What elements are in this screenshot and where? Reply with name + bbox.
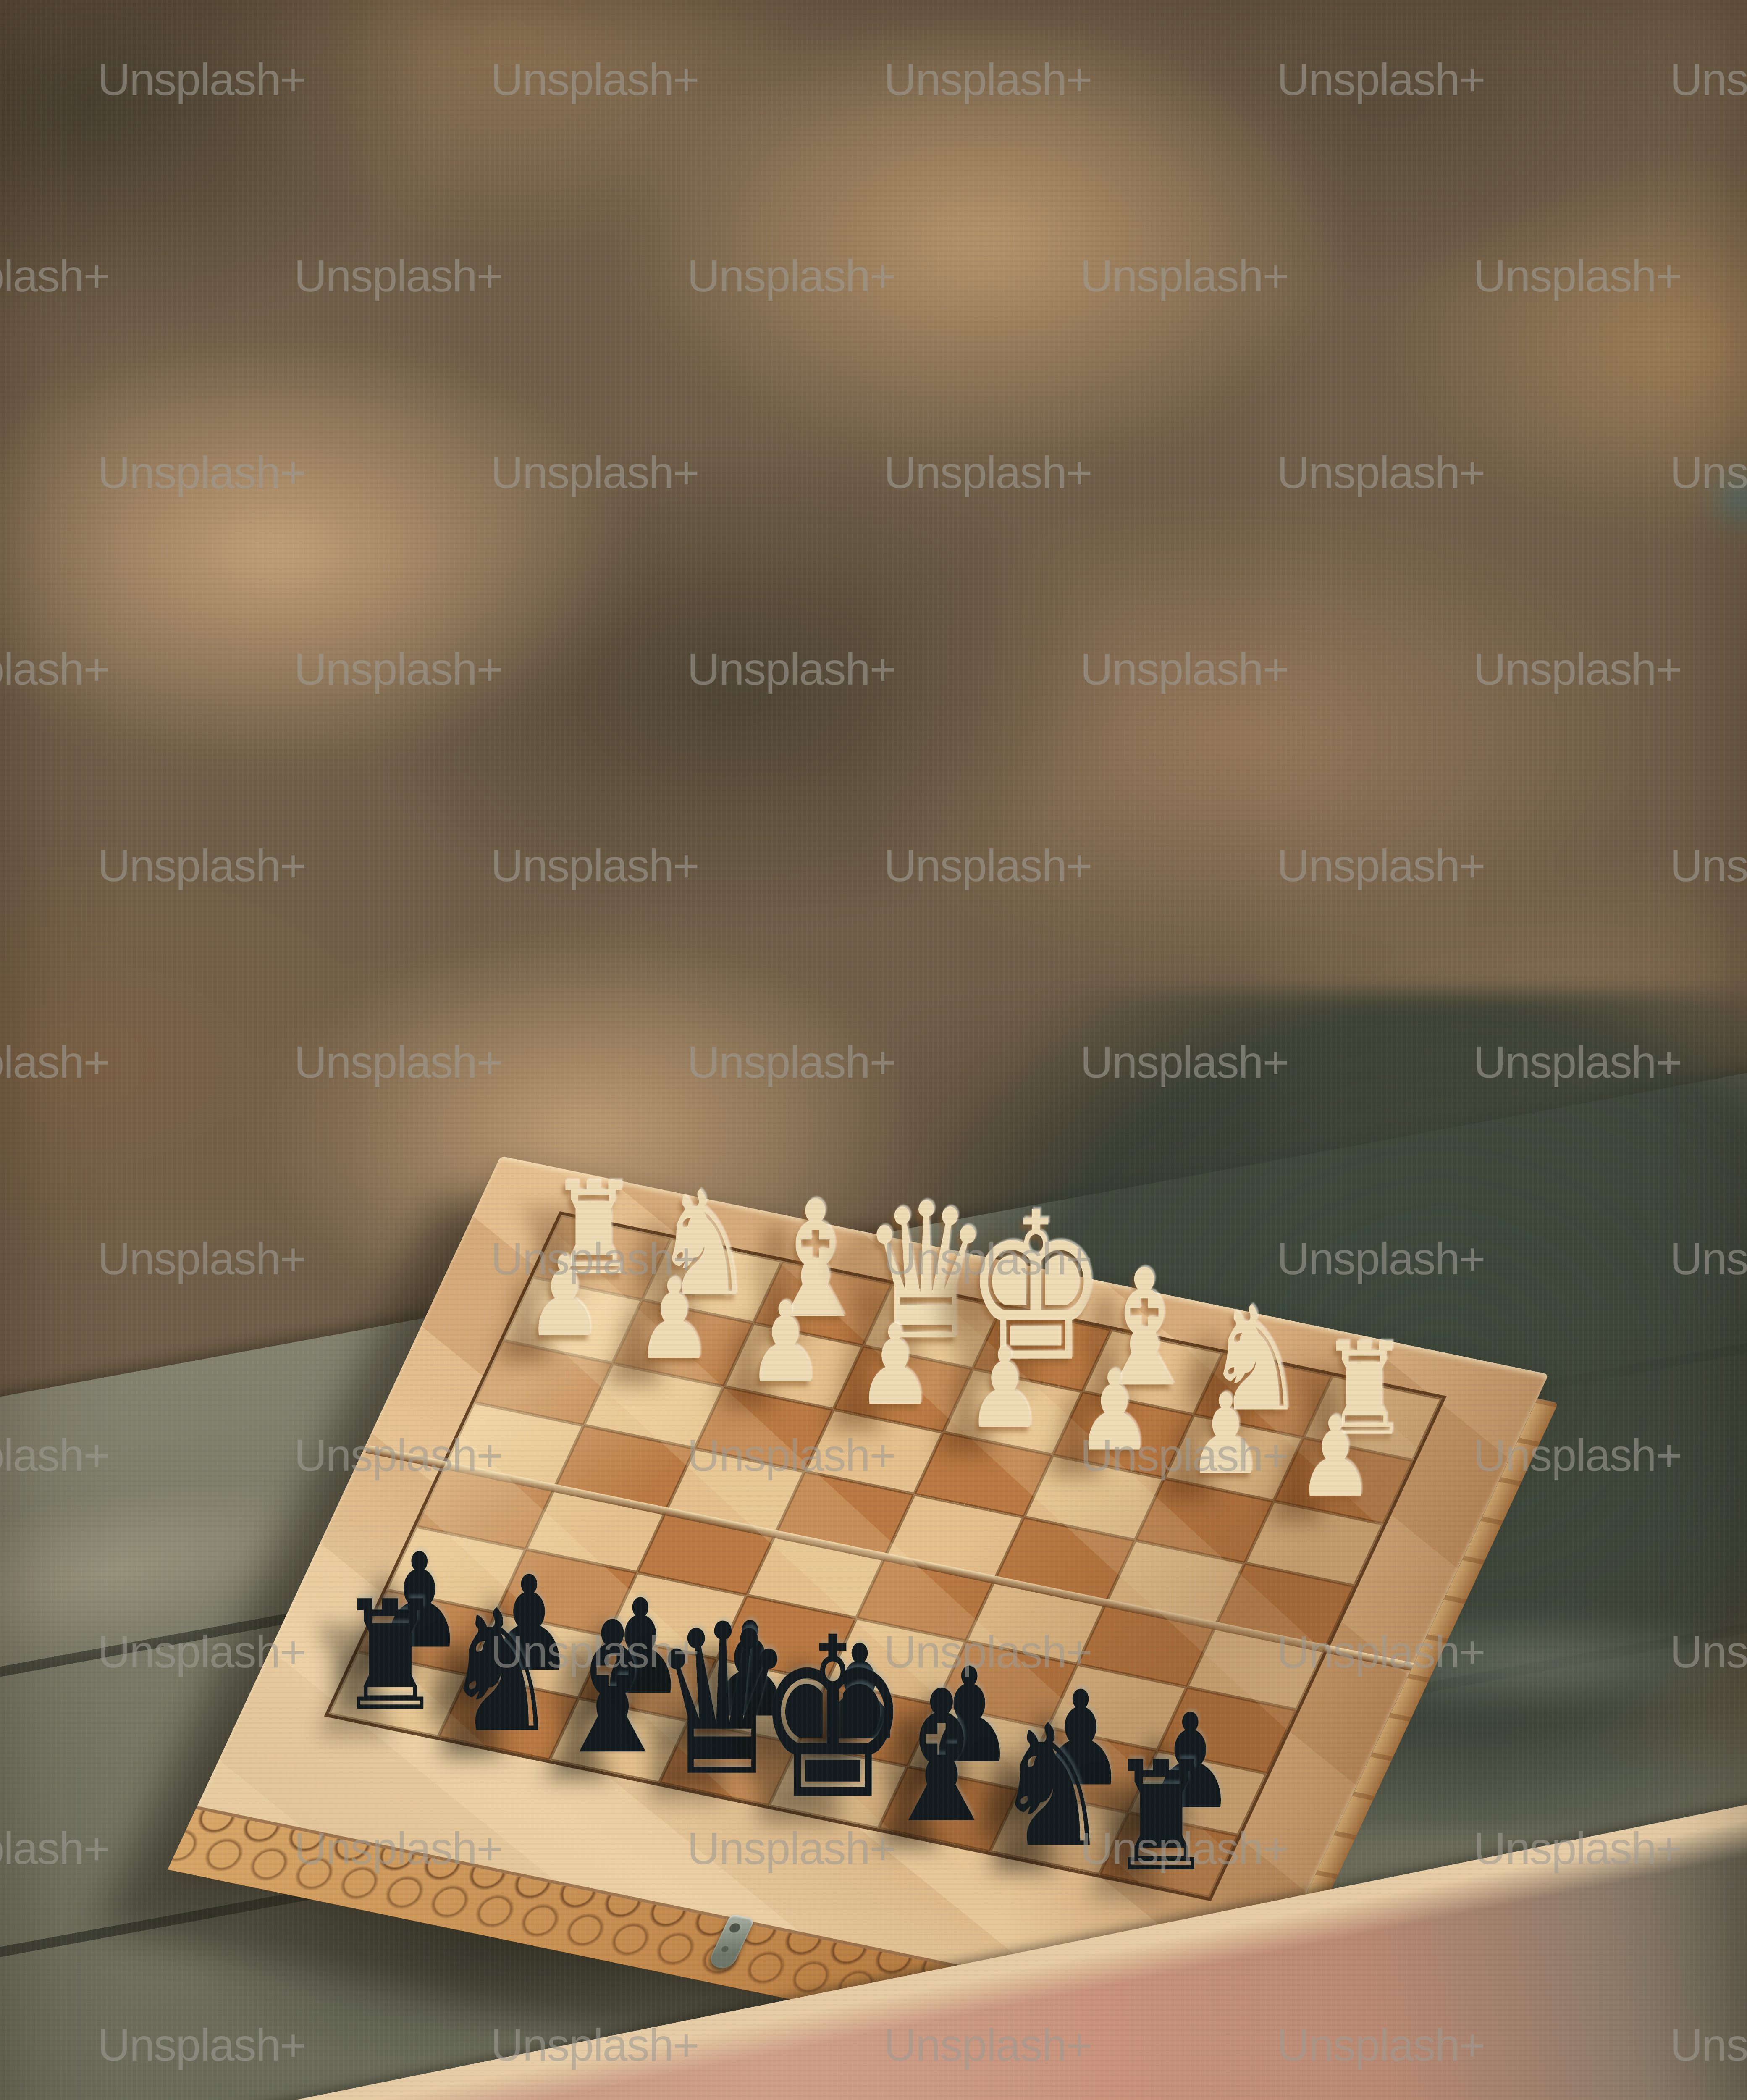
piece-white-rook: ♜ <box>1319 1336 1409 1444</box>
piece-white-rook: ♜ <box>549 1175 639 1284</box>
photo-viewport: ♜♞♝♛♚♝♞♜♟♟♟♟♟♟♟♟♟♟♟♟♟♟♟♟♜♞♝♛♚♝♞♜ Unsplas… <box>0 0 1747 2100</box>
chess-photo-scene: ♜♞♝♛♚♝♞♜♟♟♟♟♟♟♟♟♟♟♟♟♟♟♟♟♜♞♝♛♚♝♞♜ Unsplas… <box>0 0 1747 2100</box>
